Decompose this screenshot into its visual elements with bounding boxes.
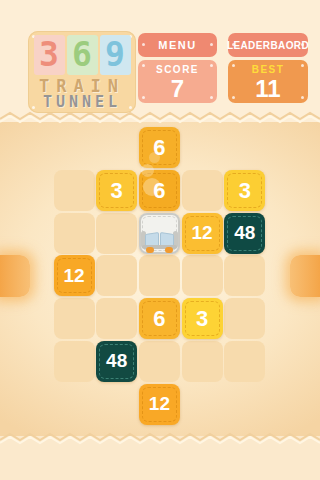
train-tile[interactable]: [139, 213, 180, 254]
tile-value: 6: [153, 306, 165, 332]
train-lamp-icon: [146, 247, 154, 253]
steam-puff: [149, 152, 160, 163]
empty-cell-r0c0: [54, 170, 95, 211]
tile-12[interactable]: 12: [139, 384, 180, 425]
empty-cell-r3c0: [54, 298, 95, 339]
steam-puff: [141, 164, 154, 177]
steam-puff: [143, 178, 161, 196]
tile-value: 12: [149, 393, 170, 415]
empty-cell-r4c0: [54, 341, 95, 382]
tile-12[interactable]: 12: [54, 255, 95, 296]
empty-cell-r4c2: [139, 341, 180, 382]
tunnel-right: [290, 255, 320, 297]
tile-value: 3: [239, 178, 251, 204]
tile-value: 12: [192, 222, 213, 244]
tile-value: 3: [196, 306, 208, 332]
empty-cell-r2c3: [182, 255, 223, 296]
tile-3[interactable]: 3: [224, 170, 265, 211]
train-lamp-icon: [165, 247, 173, 253]
tile-48[interactable]: 48: [96, 341, 137, 382]
tunnel-left: [0, 255, 30, 297]
tile-12[interactable]: 12: [182, 213, 223, 254]
tile-value: 3: [111, 178, 123, 204]
board[interactable]: 6363124812634812: [0, 0, 320, 480]
empty-cell-r3c1: [96, 298, 137, 339]
empty-cell-r1c0: [54, 213, 95, 254]
empty-cell-r3c4: [224, 298, 265, 339]
tile-3[interactable]: 3: [96, 170, 137, 211]
tile-6[interactable]: 6: [139, 298, 180, 339]
empty-cell-r0c3: [182, 170, 223, 211]
steam-puff: [155, 140, 164, 149]
empty-cell-r4c3: [182, 341, 223, 382]
tile-3[interactable]: 3: [182, 298, 223, 339]
app-screen: 369 TRAIN TUNNEL MENU LEADERBAORD SCORE …: [0, 0, 320, 480]
tile-value: 48: [234, 222, 255, 244]
tile-value: 12: [63, 265, 84, 287]
tile-value: 48: [106, 350, 127, 372]
empty-cell-r4c4: [224, 341, 265, 382]
empty-cell-r1c1: [96, 213, 137, 254]
empty-cell-r2c2: [139, 255, 180, 296]
empty-cell-r2c1: [96, 255, 137, 296]
empty-cell-r2c4: [224, 255, 265, 296]
tile-48[interactable]: 48: [224, 213, 265, 254]
